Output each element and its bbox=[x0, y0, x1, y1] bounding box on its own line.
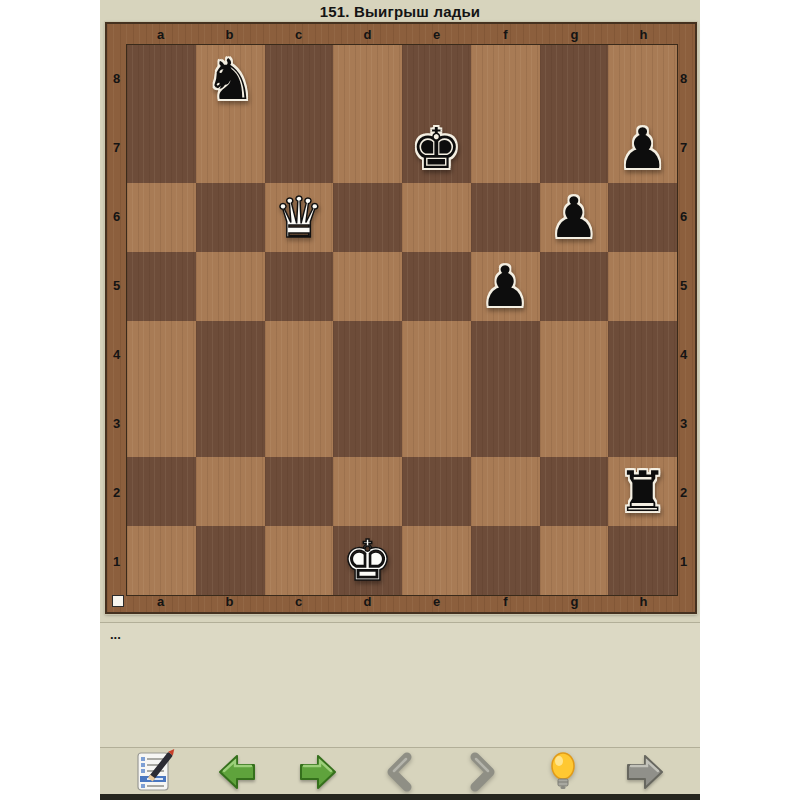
hint-button[interactable] bbox=[540, 750, 586, 794]
square-c4[interactable] bbox=[265, 321, 334, 389]
square-f8[interactable] bbox=[471, 45, 540, 114]
chess-board: abcdefgh abcdefgh 87654321 87654321 ♞♚♟♛… bbox=[105, 22, 697, 614]
file-label-c: c bbox=[264, 25, 333, 43]
hint-lightbulb bbox=[546, 751, 580, 793]
square-f2[interactable] bbox=[471, 457, 540, 526]
square-f1[interactable] bbox=[471, 526, 540, 595]
square-h7[interactable]: ♟ bbox=[608, 114, 677, 183]
square-b5[interactable] bbox=[196, 252, 265, 321]
square-a5[interactable] bbox=[127, 252, 196, 321]
file-label-h: h bbox=[609, 25, 678, 43]
square-a1[interactable] bbox=[127, 526, 196, 595]
square-d6[interactable] bbox=[333, 183, 402, 252]
black-pawn-g6[interactable]: ♟ bbox=[549, 183, 599, 252]
file-label-g: g bbox=[540, 25, 609, 43]
square-g5[interactable] bbox=[540, 252, 609, 321]
square-a8[interactable] bbox=[127, 45, 196, 114]
black-pawn-f5[interactable]: ♟ bbox=[480, 252, 530, 321]
square-f7[interactable] bbox=[471, 114, 540, 183]
square-h6[interactable] bbox=[608, 183, 677, 252]
square-g7[interactable] bbox=[540, 114, 609, 183]
bottom-bar bbox=[100, 794, 700, 800]
square-g4[interactable] bbox=[540, 321, 609, 389]
square-d4[interactable] bbox=[333, 321, 402, 389]
rank-label-7: 7 bbox=[108, 113, 125, 182]
square-d2[interactable] bbox=[333, 457, 402, 526]
square-f4[interactable] bbox=[471, 321, 540, 389]
square-c8[interactable] bbox=[265, 45, 334, 114]
page: 151. Выигрыш ладьи 00:00:04 abcdefgh abc… bbox=[0, 0, 800, 800]
square-b3[interactable] bbox=[196, 389, 265, 457]
edit-notes-button[interactable] bbox=[132, 750, 178, 794]
file-label-e: e bbox=[402, 25, 471, 43]
square-c1[interactable] bbox=[265, 526, 334, 595]
square-d5[interactable] bbox=[333, 252, 402, 321]
square-e3[interactable] bbox=[402, 389, 471, 457]
square-e2[interactable] bbox=[402, 457, 471, 526]
square-b7[interactable] bbox=[196, 114, 265, 183]
back-move-chevron bbox=[380, 752, 420, 792]
white-to-move-indicator bbox=[112, 595, 124, 607]
square-c7[interactable] bbox=[265, 114, 334, 183]
rank-label-4: 4 bbox=[108, 320, 125, 389]
square-g8[interactable] bbox=[540, 45, 609, 114]
forward-move-button[interactable] bbox=[459, 750, 505, 794]
black-rook-h2[interactable]: ♜ bbox=[618, 457, 668, 526]
square-c2[interactable] bbox=[265, 457, 334, 526]
prev-exercise-button[interactable] bbox=[214, 750, 260, 794]
square-b1[interactable] bbox=[196, 526, 265, 595]
square-e7[interactable]: ♚ bbox=[402, 114, 471, 183]
square-h1[interactable] bbox=[608, 526, 677, 595]
square-g6[interactable]: ♟ bbox=[540, 183, 609, 252]
square-d3[interactable] bbox=[333, 389, 402, 457]
square-e5[interactable] bbox=[402, 252, 471, 321]
rank-label-5: 5 bbox=[108, 251, 125, 320]
square-d1[interactable]: ♚ bbox=[333, 526, 402, 595]
square-b4[interactable] bbox=[196, 321, 265, 389]
file-label-f: f bbox=[471, 25, 540, 43]
square-h8[interactable] bbox=[608, 45, 677, 114]
black-knight-b8[interactable]: ♞ bbox=[205, 45, 255, 114]
square-e1[interactable] bbox=[402, 526, 471, 595]
square-h4[interactable] bbox=[608, 321, 677, 389]
file-label-d: d bbox=[333, 25, 402, 43]
message-text: ... bbox=[100, 623, 700, 642]
square-g3[interactable] bbox=[540, 389, 609, 457]
square-g2[interactable] bbox=[540, 457, 609, 526]
square-f6[interactable] bbox=[471, 183, 540, 252]
rank-label-2: 2 bbox=[108, 458, 125, 527]
white-king-d1[interactable]: ♚ bbox=[343, 526, 393, 595]
forward-move-chevron bbox=[462, 752, 502, 792]
square-h2[interactable]: ♜ bbox=[608, 457, 677, 526]
rank-labels-left: 87654321 bbox=[108, 44, 125, 596]
square-g1[interactable] bbox=[540, 526, 609, 595]
square-d8[interactable] bbox=[333, 45, 402, 114]
square-e8[interactable] bbox=[402, 45, 471, 114]
square-a4[interactable] bbox=[127, 321, 196, 389]
square-c3[interactable] bbox=[265, 389, 334, 457]
goto-end-button[interactable] bbox=[622, 750, 668, 794]
file-label-b: b bbox=[195, 25, 264, 43]
rank-label-8: 8 bbox=[108, 44, 125, 113]
rank-label-3: 3 bbox=[108, 389, 125, 458]
back-move-button[interactable] bbox=[377, 750, 423, 794]
file-label-a: a bbox=[126, 25, 195, 43]
square-c6[interactable]: ♛ bbox=[265, 183, 334, 252]
next-exercise-arrow bbox=[297, 752, 339, 792]
rank-label-1: 1 bbox=[108, 527, 125, 596]
toolbar bbox=[100, 749, 700, 794]
square-b2[interactable] bbox=[196, 457, 265, 526]
square-h5[interactable] bbox=[608, 252, 677, 321]
message-panel: ... bbox=[100, 623, 700, 748]
rank-label-6: 6 bbox=[108, 182, 125, 251]
square-c5[interactable] bbox=[265, 252, 334, 321]
square-f3[interactable] bbox=[471, 389, 540, 457]
square-a7[interactable] bbox=[127, 114, 196, 183]
white-queen-c6[interactable]: ♛ bbox=[274, 183, 324, 252]
black-pawn-h7[interactable]: ♟ bbox=[618, 114, 668, 183]
prev-exercise-arrow bbox=[216, 752, 258, 792]
next-exercise-button[interactable] bbox=[295, 750, 341, 794]
app-window: 151. Выигрыш ладьи 00:00:04 abcdefgh abc… bbox=[100, 0, 700, 800]
board-squares: ♞♚♟♛♟♟♜♚ bbox=[126, 44, 678, 596]
file-labels-top: abcdefgh bbox=[126, 25, 678, 43]
goto-end-arrow bbox=[624, 752, 666, 792]
square-f5[interactable]: ♟ bbox=[471, 252, 540, 321]
square-b8[interactable]: ♞ bbox=[196, 45, 265, 114]
square-d7[interactable] bbox=[333, 114, 402, 183]
square-e6[interactable] bbox=[402, 183, 471, 252]
square-h3[interactable] bbox=[608, 389, 677, 457]
square-b6[interactable] bbox=[196, 183, 265, 252]
exercise-title: 151. Выигрыш ладьи bbox=[100, 3, 700, 20]
square-e4[interactable] bbox=[402, 321, 471, 389]
square-a6[interactable] bbox=[127, 183, 196, 252]
edit-notes-icon bbox=[135, 751, 175, 793]
black-king-e7[interactable]: ♚ bbox=[411, 114, 461, 183]
square-a3[interactable] bbox=[127, 389, 196, 457]
square-a2[interactable] bbox=[127, 457, 196, 526]
